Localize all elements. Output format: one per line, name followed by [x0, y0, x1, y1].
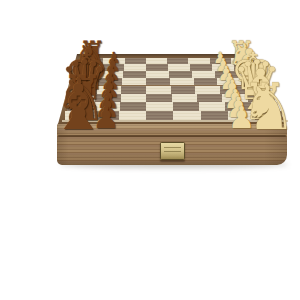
square-f5[interactable]	[146, 71, 169, 78]
square-e3[interactable]	[194, 78, 218, 86]
square-c4[interactable]	[172, 94, 197, 102]
square-f3[interactable]	[192, 71, 215, 78]
square-d6[interactable]	[121, 86, 146, 94]
square-d4[interactable]	[171, 86, 196, 94]
square-d3[interactable]	[195, 86, 220, 94]
square-e4[interactable]	[170, 78, 194, 86]
square-b4[interactable]	[173, 102, 199, 111]
piece-bP-a7[interactable]: ♟	[92, 103, 119, 133]
square-d5[interactable]	[146, 86, 171, 94]
square-b5[interactable]	[146, 102, 172, 111]
square-g6[interactable]	[124, 64, 146, 71]
square-f6[interactable]	[123, 71, 146, 78]
square-b6[interactable]	[120, 102, 146, 111]
clasp-detail-line	[164, 147, 181, 148]
piece-wN-a1[interactable]: ♞	[240, 77, 296, 140]
chess-set-photo: ♜♟♟♜♞♟♟♞♝♟♟♝♚♟♟♚♛♟♟♛♜♟♟♝♞♟♟♜♝♟♟♞	[0, 0, 300, 300]
square-f4[interactable]	[169, 71, 192, 78]
square-c5[interactable]	[146, 94, 171, 102]
square-a4[interactable]	[173, 111, 200, 120]
square-g3[interactable]	[190, 64, 212, 71]
square-a6[interactable]	[119, 111, 146, 120]
square-b3[interactable]	[199, 102, 225, 111]
square-g5[interactable]	[146, 64, 168, 71]
square-e5[interactable]	[146, 78, 170, 86]
square-g4[interactable]	[168, 64, 190, 71]
brass-clasp[interactable]	[160, 142, 185, 160]
square-a5[interactable]	[146, 111, 173, 120]
clasp-detail-line	[164, 151, 181, 152]
square-e6[interactable]	[122, 78, 146, 86]
square-c6[interactable]	[121, 94, 146, 102]
square-c3[interactable]	[197, 94, 222, 102]
